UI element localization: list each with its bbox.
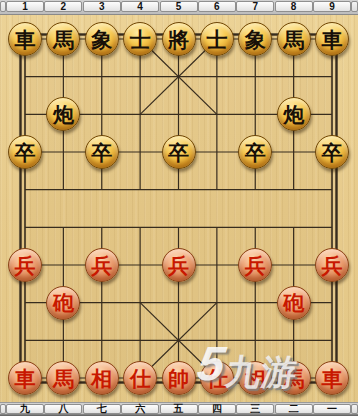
file-label-bottom-1: 九 [6, 404, 44, 414]
piece-black-general[interactable]: 將 [162, 22, 196, 56]
file-label-bottom-9: 一 [313, 404, 351, 414]
file-label-bottom-3: 七 [83, 404, 121, 414]
piece-red-soldier[interactable]: 兵 [238, 248, 272, 282]
piece-red-general[interactable]: 帥 [162, 361, 196, 395]
piece-red-chariot[interactable]: 車 [8, 361, 42, 395]
piece-black-horse[interactable]: 馬 [277, 22, 311, 56]
file-label-top-3: 3 [83, 1, 121, 12]
piece-black-cannon[interactable]: 炮 [277, 97, 311, 131]
piece-red-soldier[interactable]: 兵 [8, 248, 42, 282]
piece-red-advisor[interactable]: 仕 [200, 361, 234, 395]
piece-red-horse[interactable]: 馬 [277, 361, 311, 395]
file-label-bottom-2: 八 [44, 404, 82, 414]
strip-endcap [351, 404, 358, 414]
piece-red-soldier[interactable]: 兵 [162, 248, 196, 282]
piece-black-soldier[interactable]: 卒 [85, 135, 119, 169]
piece-red-cannon[interactable]: 砲 [46, 286, 80, 320]
piece-red-elephant[interactable]: 相 [238, 361, 272, 395]
piece-black-chariot[interactable]: 車 [8, 22, 42, 56]
file-label-top-4: 4 [121, 1, 159, 12]
file-labels-top: 123456789 [0, 0, 358, 15]
piece-black-advisor[interactable]: 士 [200, 22, 234, 56]
file-label-bottom-7: 三 [236, 404, 274, 414]
piece-black-soldier[interactable]: 卒 [238, 135, 272, 169]
piece-black-soldier[interactable]: 卒 [8, 135, 42, 169]
file-label-top-6: 6 [198, 1, 236, 12]
file-label-bottom-6: 四 [198, 404, 236, 414]
piece-red-elephant[interactable]: 相 [85, 361, 119, 395]
file-label-top-7: 7 [236, 1, 274, 12]
xiangqi-board[interactable] [0, 0, 358, 416]
piece-black-elephant[interactable]: 象 [238, 22, 272, 56]
piece-red-cannon[interactable]: 砲 [277, 286, 311, 320]
file-label-top-1: 1 [6, 1, 44, 12]
piece-black-advisor[interactable]: 士 [123, 22, 157, 56]
piece-black-chariot[interactable]: 車 [315, 22, 349, 56]
piece-black-soldier[interactable]: 卒 [162, 135, 196, 169]
file-label-top-2: 2 [44, 1, 82, 12]
piece-red-soldier[interactable]: 兵 [85, 248, 119, 282]
file-label-bottom-5: 五 [160, 404, 198, 414]
piece-black-elephant[interactable]: 象 [85, 22, 119, 56]
file-label-top-5: 5 [160, 1, 198, 12]
file-label-top-9: 9 [313, 1, 351, 12]
piece-black-soldier[interactable]: 卒 [315, 135, 349, 169]
file-label-bottom-8: 二 [275, 404, 313, 414]
xiangqi-app-window: 123456789 九八七六五四三二一 車馬象士將士象馬車炮炮卒卒卒卒卒兵兵兵兵… [0, 0, 358, 416]
piece-red-soldier[interactable]: 兵 [315, 248, 349, 282]
piece-red-chariot[interactable]: 車 [315, 361, 349, 395]
piece-red-advisor[interactable]: 仕 [123, 361, 157, 395]
strip-endcap [351, 1, 358, 12]
file-label-top-8: 8 [275, 1, 313, 12]
file-label-bottom-4: 六 [121, 404, 159, 414]
